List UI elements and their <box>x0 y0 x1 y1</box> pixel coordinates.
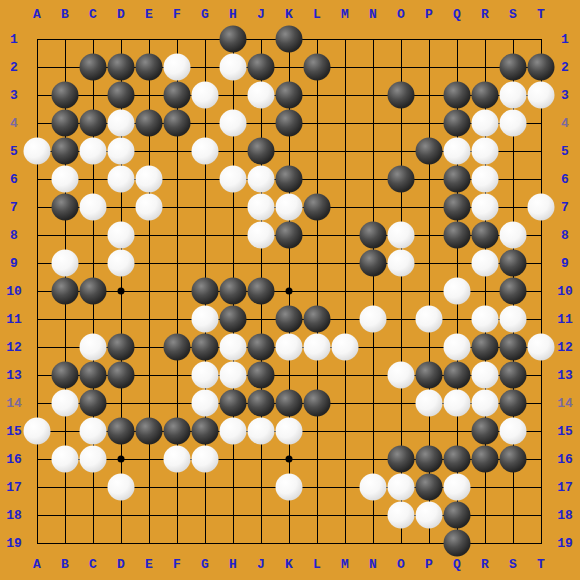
row-label-right: 14 <box>557 396 573 411</box>
black-stone[interactable] <box>248 334 275 361</box>
row-label-left: 17 <box>6 480 22 495</box>
column-label-bottom: G <box>201 557 209 572</box>
white-stone[interactable] <box>472 306 499 333</box>
row-label-left: 2 <box>10 60 18 75</box>
white-stone[interactable] <box>192 306 219 333</box>
white-stone[interactable] <box>192 446 219 473</box>
star-point <box>118 456 125 463</box>
black-stone[interactable] <box>52 138 79 165</box>
white-stone[interactable] <box>500 222 527 249</box>
black-stone[interactable] <box>248 278 275 305</box>
row-label-right: 15 <box>557 424 573 439</box>
white-stone[interactable] <box>472 110 499 137</box>
black-stone[interactable] <box>444 166 471 193</box>
column-label-bottom: J <box>257 557 265 572</box>
black-stone[interactable] <box>136 110 163 137</box>
black-stone[interactable] <box>388 82 415 109</box>
white-stone[interactable] <box>388 250 415 277</box>
column-label-top: D <box>117 7 125 22</box>
white-stone[interactable] <box>192 390 219 417</box>
column-label-top: J <box>257 7 265 22</box>
white-stone[interactable] <box>248 166 275 193</box>
white-stone[interactable] <box>52 250 79 277</box>
white-stone[interactable] <box>304 334 331 361</box>
black-stone[interactable] <box>416 138 443 165</box>
row-label-right: 11 <box>557 312 573 327</box>
row-label-left: 13 <box>6 368 22 383</box>
white-stone[interactable] <box>108 474 135 501</box>
white-stone[interactable] <box>416 502 443 529</box>
row-label-right: 10 <box>557 284 573 299</box>
black-stone[interactable] <box>304 390 331 417</box>
white-stone[interactable] <box>248 222 275 249</box>
column-label-top: S <box>509 7 517 22</box>
row-label-right: 4 <box>561 116 569 131</box>
column-label-top: F <box>173 7 181 22</box>
black-stone[interactable] <box>80 110 107 137</box>
white-stone[interactable] <box>80 138 107 165</box>
white-stone[interactable] <box>472 390 499 417</box>
row-label-right: 5 <box>561 144 569 159</box>
black-stone[interactable] <box>444 222 471 249</box>
black-stone[interactable] <box>444 110 471 137</box>
black-stone[interactable] <box>500 362 527 389</box>
column-label-bottom: L <box>313 557 321 572</box>
black-stone[interactable] <box>528 54 555 81</box>
black-stone[interactable] <box>136 54 163 81</box>
column-label-top: N <box>369 7 377 22</box>
row-label-left: 7 <box>10 200 18 215</box>
black-stone[interactable] <box>108 418 135 445</box>
row-label-right: 17 <box>557 480 573 495</box>
black-stone[interactable] <box>220 278 247 305</box>
black-stone[interactable] <box>52 194 79 221</box>
row-label-left: 11 <box>6 312 22 327</box>
row-label-left: 18 <box>6 508 22 523</box>
column-label-bottom: E <box>145 557 153 572</box>
row-label-right: 2 <box>561 60 569 75</box>
black-stone[interactable] <box>444 362 471 389</box>
black-stone[interactable] <box>276 110 303 137</box>
black-stone[interactable] <box>164 334 191 361</box>
column-label-top: T <box>537 7 545 22</box>
black-stone[interactable] <box>248 54 275 81</box>
column-label-top: C <box>89 7 97 22</box>
row-label-left: 10 <box>6 284 22 299</box>
black-stone[interactable] <box>444 502 471 529</box>
row-label-right: 16 <box>557 452 573 467</box>
column-label-bottom: K <box>285 557 293 572</box>
black-stone[interactable] <box>500 278 527 305</box>
white-stone[interactable] <box>360 474 387 501</box>
white-stone[interactable] <box>500 82 527 109</box>
star-point <box>286 288 293 295</box>
white-stone[interactable] <box>108 222 135 249</box>
column-label-bottom: C <box>89 557 97 572</box>
white-stone[interactable] <box>500 110 527 137</box>
black-stone[interactable] <box>444 446 471 473</box>
black-stone[interactable] <box>220 390 247 417</box>
black-stone[interactable] <box>276 306 303 333</box>
black-stone[interactable] <box>80 54 107 81</box>
white-stone[interactable] <box>80 418 107 445</box>
white-stone[interactable] <box>500 418 527 445</box>
column-label-top: K <box>285 7 293 22</box>
black-stone[interactable] <box>220 306 247 333</box>
white-stone[interactable] <box>164 54 191 81</box>
column-label-bottom: M <box>341 557 349 572</box>
white-stone[interactable] <box>24 138 51 165</box>
row-label-right: 9 <box>561 256 569 271</box>
black-stone[interactable] <box>80 390 107 417</box>
white-stone[interactable] <box>500 306 527 333</box>
white-stone[interactable] <box>52 166 79 193</box>
column-label-bottom: Q <box>453 557 461 572</box>
column-label-bottom: D <box>117 557 125 572</box>
white-stone[interactable] <box>416 306 443 333</box>
black-stone[interactable] <box>248 390 275 417</box>
black-stone[interactable] <box>360 250 387 277</box>
white-stone[interactable] <box>472 250 499 277</box>
black-stone[interactable] <box>360 222 387 249</box>
black-stone[interactable] <box>192 278 219 305</box>
star-point <box>286 456 293 463</box>
black-stone[interactable] <box>444 530 471 557</box>
white-stone[interactable] <box>388 222 415 249</box>
row-label-right: 6 <box>561 172 569 187</box>
white-stone[interactable] <box>52 446 79 473</box>
black-stone[interactable] <box>52 278 79 305</box>
column-label-bottom: O <box>397 557 405 572</box>
white-stone[interactable] <box>360 306 387 333</box>
black-stone[interactable] <box>472 418 499 445</box>
column-label-bottom: P <box>425 557 433 572</box>
column-label-bottom: A <box>33 557 41 572</box>
black-stone[interactable] <box>388 166 415 193</box>
row-label-right: 13 <box>557 368 573 383</box>
black-stone[interactable] <box>80 362 107 389</box>
black-stone[interactable] <box>304 194 331 221</box>
black-stone[interactable] <box>80 278 107 305</box>
white-stone[interactable] <box>248 418 275 445</box>
row-label-left: 1 <box>10 32 18 47</box>
white-stone[interactable] <box>108 166 135 193</box>
white-stone[interactable] <box>220 362 247 389</box>
black-stone[interactable] <box>108 334 135 361</box>
black-stone[interactable] <box>52 362 79 389</box>
white-stone[interactable] <box>192 82 219 109</box>
black-stone[interactable] <box>416 474 443 501</box>
column-label-bottom: R <box>481 557 489 572</box>
black-stone[interactable] <box>108 362 135 389</box>
black-stone[interactable] <box>500 250 527 277</box>
black-stone[interactable] <box>164 82 191 109</box>
white-stone[interactable] <box>276 474 303 501</box>
white-stone[interactable] <box>220 418 247 445</box>
white-stone[interactable] <box>528 334 555 361</box>
white-stone[interactable] <box>52 390 79 417</box>
white-stone[interactable] <box>388 362 415 389</box>
white-stone[interactable] <box>192 362 219 389</box>
row-label-right: 3 <box>561 88 569 103</box>
black-stone[interactable] <box>52 82 79 109</box>
row-label-left: 19 <box>6 536 22 551</box>
column-label-bottom: H <box>229 557 237 572</box>
black-stone[interactable] <box>164 110 191 137</box>
white-stone[interactable] <box>136 166 163 193</box>
black-stone[interactable] <box>500 446 527 473</box>
white-stone[interactable] <box>388 474 415 501</box>
column-label-top: P <box>425 7 433 22</box>
white-stone[interactable] <box>444 278 471 305</box>
white-stone[interactable] <box>472 194 499 221</box>
column-label-top: L <box>313 7 321 22</box>
row-label-left: 16 <box>6 452 22 467</box>
column-label-top: B <box>61 7 69 22</box>
column-label-bottom: F <box>173 557 181 572</box>
white-stone[interactable] <box>388 502 415 529</box>
row-label-left: 12 <box>6 340 22 355</box>
black-stone[interactable] <box>472 82 499 109</box>
black-stone[interactable] <box>276 166 303 193</box>
row-label-left: 15 <box>6 424 22 439</box>
white-stone[interactable] <box>416 390 443 417</box>
row-label-left: 14 <box>6 396 22 411</box>
row-label-right: 19 <box>557 536 573 551</box>
black-stone[interactable] <box>248 138 275 165</box>
white-stone[interactable] <box>248 82 275 109</box>
column-label-top: A <box>33 7 41 22</box>
black-stone[interactable] <box>500 390 527 417</box>
black-stone[interactable] <box>276 222 303 249</box>
white-stone[interactable] <box>136 194 163 221</box>
white-stone[interactable] <box>164 446 191 473</box>
white-stone[interactable] <box>276 194 303 221</box>
black-stone[interactable] <box>472 222 499 249</box>
black-stone[interactable] <box>472 446 499 473</box>
white-stone[interactable] <box>444 390 471 417</box>
white-stone[interactable] <box>220 54 247 81</box>
row-label-left: 8 <box>10 228 18 243</box>
column-label-top: H <box>229 7 237 22</box>
black-stone[interactable] <box>304 54 331 81</box>
black-stone[interactable] <box>444 82 471 109</box>
white-stone[interactable] <box>80 194 107 221</box>
black-stone[interactable] <box>192 334 219 361</box>
black-stone[interactable] <box>220 26 247 53</box>
row-label-right: 7 <box>561 200 569 215</box>
white-stone[interactable] <box>276 334 303 361</box>
black-stone[interactable] <box>276 82 303 109</box>
white-stone[interactable] <box>248 194 275 221</box>
black-stone[interactable] <box>472 334 499 361</box>
white-stone[interactable] <box>444 138 471 165</box>
white-stone[interactable] <box>108 250 135 277</box>
white-stone[interactable] <box>472 166 499 193</box>
white-stone[interactable] <box>528 194 555 221</box>
black-stone[interactable] <box>388 446 415 473</box>
black-stone[interactable] <box>500 54 527 81</box>
row-label-right: 12 <box>557 340 573 355</box>
black-stone[interactable] <box>164 418 191 445</box>
white-stone[interactable] <box>472 138 499 165</box>
black-stone[interactable] <box>52 110 79 137</box>
row-label-left: 9 <box>10 256 18 271</box>
white-stone[interactable] <box>80 334 107 361</box>
row-label-right: 8 <box>561 228 569 243</box>
white-stone[interactable] <box>528 82 555 109</box>
star-point <box>118 288 125 295</box>
column-label-bottom: T <box>537 557 545 572</box>
black-stone[interactable] <box>416 446 443 473</box>
white-stone[interactable] <box>24 418 51 445</box>
column-label-top: G <box>201 7 209 22</box>
black-stone[interactable] <box>276 390 303 417</box>
column-label-bottom: N <box>369 557 377 572</box>
black-stone[interactable] <box>108 82 135 109</box>
white-stone[interactable] <box>472 362 499 389</box>
white-stone[interactable] <box>192 138 219 165</box>
column-label-top: Q <box>453 7 461 22</box>
black-stone[interactable] <box>444 194 471 221</box>
column-label-top: O <box>397 7 405 22</box>
white-stone[interactable] <box>444 334 471 361</box>
go-board[interactable]: AABBCCDDEEFFGGHHJJKKLLMMNNOOPPQQRRSSTT11… <box>0 0 580 580</box>
black-stone[interactable] <box>276 26 303 53</box>
white-stone[interactable] <box>80 446 107 473</box>
white-stone[interactable] <box>108 138 135 165</box>
column-label-top: E <box>145 7 153 22</box>
row-label-left: 6 <box>10 172 18 187</box>
white-stone[interactable] <box>220 166 247 193</box>
black-stone[interactable] <box>416 362 443 389</box>
column-label-top: R <box>481 7 489 22</box>
black-stone[interactable] <box>192 418 219 445</box>
black-stone[interactable] <box>500 334 527 361</box>
white-stone[interactable] <box>108 110 135 137</box>
column-label-bottom: B <box>61 557 69 572</box>
column-label-top: M <box>341 7 349 22</box>
black-stone[interactable] <box>304 306 331 333</box>
black-stone[interactable] <box>136 418 163 445</box>
white-stone[interactable] <box>276 418 303 445</box>
row-label-right: 18 <box>557 508 573 523</box>
row-label-left: 4 <box>10 116 18 131</box>
white-stone[interactable] <box>220 334 247 361</box>
white-stone[interactable] <box>444 474 471 501</box>
column-label-bottom: S <box>509 557 517 572</box>
black-stone[interactable] <box>108 54 135 81</box>
row-label-right: 1 <box>561 32 569 47</box>
white-stone[interactable] <box>220 110 247 137</box>
white-stone[interactable] <box>332 334 359 361</box>
row-label-left: 5 <box>10 144 18 159</box>
black-stone[interactable] <box>248 362 275 389</box>
row-label-left: 3 <box>10 88 18 103</box>
